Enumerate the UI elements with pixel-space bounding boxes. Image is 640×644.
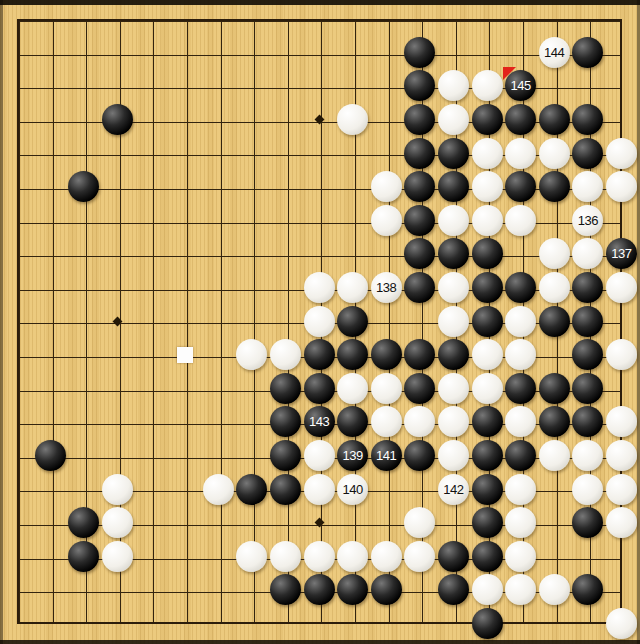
intersection-18-12[interactable]: [571, 372, 605, 406]
intersection-15-8[interactable]: [471, 237, 505, 271]
intersection-6-8[interactable]: [168, 237, 202, 271]
intersection-9-6[interactable]: [269, 170, 303, 204]
intersection-17-10[interactable]: [538, 305, 572, 339]
intersection-7-17[interactable]: [202, 540, 236, 574]
intersection-16-9[interactable]: [504, 271, 538, 305]
intersection-9-7[interactable]: [269, 204, 303, 238]
intersection-6-11[interactable]: [168, 338, 202, 372]
intersection-7-10[interactable]: [202, 305, 236, 339]
intersection-8-1[interactable]: [235, 2, 269, 36]
intersection-5-17[interactable]: [135, 540, 169, 574]
intersection-19-6[interactable]: [605, 170, 639, 204]
intersection-10-4[interactable]: [303, 103, 337, 137]
intersection-16-10[interactable]: [504, 305, 538, 339]
intersection-16-5[interactable]: [504, 137, 538, 171]
intersection-4-8[interactable]: [101, 237, 135, 271]
intersection-9-8[interactable]: [269, 237, 303, 271]
intersection-3-9[interactable]: [67, 271, 101, 305]
intersection-17-15[interactable]: [538, 473, 572, 507]
intersection-5-18[interactable]: [135, 573, 169, 607]
intersection-12-12[interactable]: [370, 372, 404, 406]
intersection-14-19[interactable]: [437, 607, 471, 641]
intersection-4-6[interactable]: [101, 170, 135, 204]
intersection-19-9[interactable]: [605, 271, 639, 305]
intersection-17-5[interactable]: [538, 137, 572, 171]
intersection-11-15[interactable]: 140: [336, 473, 370, 507]
intersection-10-5[interactable]: [303, 137, 337, 171]
intersection-9-13[interactable]: [269, 405, 303, 439]
intersection-7-11[interactable]: [202, 338, 236, 372]
intersection-17-8[interactable]: [538, 237, 572, 271]
intersection-1-17[interactable]: [0, 540, 34, 574]
intersection-17-13[interactable]: [538, 405, 572, 439]
intersection-18-11[interactable]: [571, 338, 605, 372]
intersection-19-13[interactable]: [605, 405, 639, 439]
intersection-5-12[interactable]: [135, 372, 169, 406]
intersection-19-15[interactable]: [605, 473, 639, 507]
intersection-18-15[interactable]: [571, 473, 605, 507]
intersection-5-9[interactable]: [135, 271, 169, 305]
intersection-14-18[interactable]: [437, 573, 471, 607]
intersection-11-16[interactable]: [336, 506, 370, 540]
intersection-11-17[interactable]: [336, 540, 370, 574]
intersection-8-14[interactable]: [235, 439, 269, 473]
intersection-19-10[interactable]: [605, 305, 639, 339]
intersection-3-1[interactable]: [67, 2, 101, 36]
intersection-6-19[interactable]: [168, 607, 202, 641]
intersection-1-10[interactable]: [0, 305, 34, 339]
intersection-17-19[interactable]: [538, 607, 572, 641]
intersection-18-16[interactable]: [571, 506, 605, 540]
intersection-7-2[interactable]: [202, 36, 236, 70]
intersection-11-7[interactable]: [336, 204, 370, 238]
intersection-17-6[interactable]: [538, 170, 572, 204]
intersection-3-19[interactable]: [67, 607, 101, 641]
intersection-8-15[interactable]: [235, 473, 269, 507]
intersection-10-9[interactable]: [303, 271, 337, 305]
intersection-8-5[interactable]: [235, 137, 269, 171]
intersection-1-13[interactable]: [0, 405, 34, 439]
intersection-13-7[interactable]: [403, 204, 437, 238]
intersection-6-5[interactable]: [168, 137, 202, 171]
intersection-15-18[interactable]: [471, 573, 505, 607]
intersection-9-19[interactable]: [269, 607, 303, 641]
intersection-16-13[interactable]: [504, 405, 538, 439]
intersection-19-19[interactable]: [605, 607, 639, 641]
intersection-7-7[interactable]: [202, 204, 236, 238]
intersection-7-19[interactable]: [202, 607, 236, 641]
intersection-2-16[interactable]: [34, 506, 68, 540]
intersection-8-19[interactable]: [235, 607, 269, 641]
intersection-2-8[interactable]: [34, 237, 68, 271]
intersection-7-6[interactable]: [202, 170, 236, 204]
intersection-2-4[interactable]: [34, 103, 68, 137]
intersection-10-7[interactable]: [303, 204, 337, 238]
intersection-12-9[interactable]: 138: [370, 271, 404, 305]
intersection-13-12[interactable]: [403, 372, 437, 406]
intersection-14-8[interactable]: [437, 237, 471, 271]
intersection-3-14[interactable]: [67, 439, 101, 473]
intersection-1-4[interactable]: [0, 103, 34, 137]
intersection-10-2[interactable]: [303, 36, 337, 70]
intersection-18-14[interactable]: [571, 439, 605, 473]
intersection-15-12[interactable]: [471, 372, 505, 406]
intersection-8-8[interactable]: [235, 237, 269, 271]
intersection-1-1[interactable]: [0, 2, 34, 36]
intersection-9-3[interactable]: [269, 69, 303, 103]
intersection-6-12[interactable]: [168, 372, 202, 406]
intersection-2-1[interactable]: [34, 2, 68, 36]
intersection-4-15[interactable]: [101, 473, 135, 507]
intersection-17-14[interactable]: [538, 439, 572, 473]
intersection-1-3[interactable]: [0, 69, 34, 103]
intersection-5-4[interactable]: [135, 103, 169, 137]
intersection-12-10[interactable]: [370, 305, 404, 339]
intersection-16-12[interactable]: [504, 372, 538, 406]
intersection-13-16[interactable]: [403, 506, 437, 540]
intersection-4-3[interactable]: [101, 69, 135, 103]
intersection-5-3[interactable]: [135, 69, 169, 103]
intersection-13-18[interactable]: [403, 573, 437, 607]
intersection-6-3[interactable]: [168, 69, 202, 103]
intersection-18-13[interactable]: [571, 405, 605, 439]
intersection-15-16[interactable]: [471, 506, 505, 540]
intersection-9-18[interactable]: [269, 573, 303, 607]
intersection-10-19[interactable]: [303, 607, 337, 641]
intersection-15-1[interactable]: [471, 2, 505, 36]
intersection-17-11[interactable]: [538, 338, 572, 372]
intersection-11-10[interactable]: [336, 305, 370, 339]
intersection-13-15[interactable]: [403, 473, 437, 507]
intersection-12-2[interactable]: [370, 36, 404, 70]
intersection-4-7[interactable]: [101, 204, 135, 238]
intersection-17-7[interactable]: [538, 204, 572, 238]
intersection-19-1[interactable]: [605, 2, 639, 36]
intersection-13-9[interactable]: [403, 271, 437, 305]
intersection-10-15[interactable]: [303, 473, 337, 507]
intersection-12-3[interactable]: [370, 69, 404, 103]
intersection-19-5[interactable]: [605, 137, 639, 171]
intersection-11-12[interactable]: [336, 372, 370, 406]
intersection-6-6[interactable]: [168, 170, 202, 204]
intersection-8-6[interactable]: [235, 170, 269, 204]
intersection-5-7[interactable]: [135, 204, 169, 238]
intersection-9-4[interactable]: [269, 103, 303, 137]
intersection-6-18[interactable]: [168, 573, 202, 607]
intersection-15-3[interactable]: [471, 69, 505, 103]
intersection-2-15[interactable]: [34, 473, 68, 507]
intersection-13-11[interactable]: [403, 338, 437, 372]
intersection-11-8[interactable]: [336, 237, 370, 271]
intersection-7-5[interactable]: [202, 137, 236, 171]
intersection-18-4[interactable]: [571, 103, 605, 137]
intersection-10-10[interactable]: [303, 305, 337, 339]
intersection-12-11[interactable]: [370, 338, 404, 372]
intersection-9-5[interactable]: [269, 137, 303, 171]
intersection-14-14[interactable]: [437, 439, 471, 473]
intersection-12-13[interactable]: [370, 405, 404, 439]
intersection-19-3[interactable]: [605, 69, 639, 103]
intersection-13-4[interactable]: [403, 103, 437, 137]
intersection-8-11[interactable]: [235, 338, 269, 372]
intersection-12-17[interactable]: [370, 540, 404, 574]
intersection-15-14[interactable]: [471, 439, 505, 473]
intersection-15-5[interactable]: [471, 137, 505, 171]
intersection-18-17[interactable]: [571, 540, 605, 574]
intersection-14-5[interactable]: [437, 137, 471, 171]
intersection-11-4[interactable]: [336, 103, 370, 137]
intersection-17-9[interactable]: [538, 271, 572, 305]
intersection-12-18[interactable]: [370, 573, 404, 607]
intersection-4-11[interactable]: [101, 338, 135, 372]
intersection-9-15[interactable]: [269, 473, 303, 507]
intersection-16-3[interactable]: 145: [504, 69, 538, 103]
intersection-6-10[interactable]: [168, 305, 202, 339]
intersection-4-18[interactable]: [101, 573, 135, 607]
intersection-7-12[interactable]: [202, 372, 236, 406]
intersection-1-16[interactable]: [0, 506, 34, 540]
intersection-9-17[interactable]: [269, 540, 303, 574]
intersection-5-11[interactable]: [135, 338, 169, 372]
intersection-12-4[interactable]: [370, 103, 404, 137]
intersection-3-5[interactable]: [67, 137, 101, 171]
intersection-13-19[interactable]: [403, 607, 437, 641]
intersection-15-13[interactable]: [471, 405, 505, 439]
intersection-17-17[interactable]: [538, 540, 572, 574]
intersection-3-18[interactable]: [67, 573, 101, 607]
intersection-4-13[interactable]: [101, 405, 135, 439]
intersection-13-6[interactable]: [403, 170, 437, 204]
intersection-7-8[interactable]: [202, 237, 236, 271]
intersection-10-17[interactable]: [303, 540, 337, 574]
intersection-2-6[interactable]: [34, 170, 68, 204]
intersection-18-7[interactable]: 136: [571, 204, 605, 238]
intersection-8-13[interactable]: [235, 405, 269, 439]
intersection-15-15[interactable]: [471, 473, 505, 507]
intersection-11-3[interactable]: [336, 69, 370, 103]
intersection-2-19[interactable]: [34, 607, 68, 641]
intersection-4-14[interactable]: [101, 439, 135, 473]
intersection-18-18[interactable]: [571, 573, 605, 607]
intersection-6-2[interactable]: [168, 36, 202, 70]
intersection-19-2[interactable]: [605, 36, 639, 70]
intersection-13-2[interactable]: [403, 36, 437, 70]
intersection-6-4[interactable]: [168, 103, 202, 137]
intersection-14-10[interactable]: [437, 305, 471, 339]
intersection-13-13[interactable]: [403, 405, 437, 439]
intersection-3-2[interactable]: [67, 36, 101, 70]
intersection-1-9[interactable]: [0, 271, 34, 305]
intersection-17-18[interactable]: [538, 573, 572, 607]
intersection-17-2[interactable]: 144: [538, 36, 572, 70]
intersection-5-5[interactable]: [135, 137, 169, 171]
intersection-4-4[interactable]: [101, 103, 135, 137]
intersection-14-4[interactable]: [437, 103, 471, 137]
intersection-7-15[interactable]: [202, 473, 236, 507]
intersection-13-3[interactable]: [403, 69, 437, 103]
intersection-4-1[interactable]: [101, 2, 135, 36]
intersection-2-2[interactable]: [34, 36, 68, 70]
intersection-13-14[interactable]: [403, 439, 437, 473]
intersection-5-19[interactable]: [135, 607, 169, 641]
intersection-16-11[interactable]: [504, 338, 538, 372]
intersection-17-1[interactable]: [538, 2, 572, 36]
intersection-10-14[interactable]: [303, 439, 337, 473]
intersection-15-10[interactable]: [471, 305, 505, 339]
intersection-14-6[interactable]: [437, 170, 471, 204]
intersection-8-3[interactable]: [235, 69, 269, 103]
intersection-13-1[interactable]: [403, 2, 437, 36]
intersection-5-8[interactable]: [135, 237, 169, 271]
intersection-5-2[interactable]: [135, 36, 169, 70]
intersection-16-17[interactable]: [504, 540, 538, 574]
intersection-1-18[interactable]: [0, 573, 34, 607]
intersection-8-9[interactable]: [235, 271, 269, 305]
intersection-8-16[interactable]: [235, 506, 269, 540]
intersection-15-7[interactable]: [471, 204, 505, 238]
intersection-13-5[interactable]: [403, 137, 437, 171]
intersection-10-12[interactable]: [303, 372, 337, 406]
intersection-5-6[interactable]: [135, 170, 169, 204]
intersection-1-7[interactable]: [0, 204, 34, 238]
intersection-4-2[interactable]: [101, 36, 135, 70]
intersection-10-18[interactable]: [303, 573, 337, 607]
intersection-9-9[interactable]: [269, 271, 303, 305]
intersection-3-10[interactable]: [67, 305, 101, 339]
intersection-13-10[interactable]: [403, 305, 437, 339]
intersection-19-8[interactable]: 137: [605, 237, 639, 271]
intersection-14-2[interactable]: [437, 36, 471, 70]
intersection-8-18[interactable]: [235, 573, 269, 607]
intersection-3-17[interactable]: [67, 540, 101, 574]
intersection-14-3[interactable]: [437, 69, 471, 103]
intersection-16-18[interactable]: [504, 573, 538, 607]
intersection-2-12[interactable]: [34, 372, 68, 406]
intersection-7-4[interactable]: [202, 103, 236, 137]
intersection-12-5[interactable]: [370, 137, 404, 171]
intersection-16-8[interactable]: [504, 237, 538, 271]
intersection-12-6[interactable]: [370, 170, 404, 204]
intersection-3-13[interactable]: [67, 405, 101, 439]
intersection-8-7[interactable]: [235, 204, 269, 238]
intersection-14-15[interactable]: 142: [437, 473, 471, 507]
intersection-9-12[interactable]: [269, 372, 303, 406]
intersection-16-4[interactable]: [504, 103, 538, 137]
intersection-6-17[interactable]: [168, 540, 202, 574]
intersection-16-16[interactable]: [504, 506, 538, 540]
intersection-7-18[interactable]: [202, 573, 236, 607]
intersection-4-10[interactable]: [101, 305, 135, 339]
intersection-18-5[interactable]: [571, 137, 605, 171]
intersection-16-1[interactable]: [504, 2, 538, 36]
intersection-9-14[interactable]: [269, 439, 303, 473]
intersection-15-4[interactable]: [471, 103, 505, 137]
intersection-3-15[interactable]: [67, 473, 101, 507]
intersection-15-19[interactable]: [471, 607, 505, 641]
intersection-10-16[interactable]: [303, 506, 337, 540]
intersection-5-14[interactable]: [135, 439, 169, 473]
intersection-16-7[interactable]: [504, 204, 538, 238]
intersection-8-2[interactable]: [235, 36, 269, 70]
intersection-1-19[interactable]: [0, 607, 34, 641]
intersection-19-11[interactable]: [605, 338, 639, 372]
intersection-18-6[interactable]: [571, 170, 605, 204]
intersection-1-6[interactable]: [0, 170, 34, 204]
intersection-17-3[interactable]: [538, 69, 572, 103]
intersection-12-19[interactable]: [370, 607, 404, 641]
intersection-11-18[interactable]: [336, 573, 370, 607]
intersection-2-17[interactable]: [34, 540, 68, 574]
intersection-18-2[interactable]: [571, 36, 605, 70]
intersection-2-11[interactable]: [34, 338, 68, 372]
intersection-14-17[interactable]: [437, 540, 471, 574]
intersection-16-19[interactable]: [504, 607, 538, 641]
intersection-9-16[interactable]: [269, 506, 303, 540]
intersection-1-2[interactable]: [0, 36, 34, 70]
intersection-10-6[interactable]: [303, 170, 337, 204]
intersection-11-9[interactable]: [336, 271, 370, 305]
intersection-12-8[interactable]: [370, 237, 404, 271]
intersection-2-18[interactable]: [34, 573, 68, 607]
intersection-3-12[interactable]: [67, 372, 101, 406]
intersection-11-5[interactable]: [336, 137, 370, 171]
intersection-14-13[interactable]: [437, 405, 471, 439]
intersection-18-10[interactable]: [571, 305, 605, 339]
intersection-6-14[interactable]: [168, 439, 202, 473]
intersection-14-16[interactable]: [437, 506, 471, 540]
intersection-19-4[interactable]: [605, 103, 639, 137]
intersection-7-14[interactable]: [202, 439, 236, 473]
intersection-8-4[interactable]: [235, 103, 269, 137]
intersection-11-14[interactable]: 139: [336, 439, 370, 473]
intersection-19-7[interactable]: [605, 204, 639, 238]
intersection-8-17[interactable]: [235, 540, 269, 574]
go-board[interactable]: 144145136137138143139141140142: [0, 2, 638, 640]
intersection-14-12[interactable]: [437, 372, 471, 406]
intersection-19-12[interactable]: [605, 372, 639, 406]
intersection-15-11[interactable]: [471, 338, 505, 372]
intersection-8-12[interactable]: [235, 372, 269, 406]
intersection-10-11[interactable]: [303, 338, 337, 372]
intersection-18-1[interactable]: [571, 2, 605, 36]
intersection-1-11[interactable]: [0, 338, 34, 372]
intersection-1-8[interactable]: [0, 237, 34, 271]
intersection-7-9[interactable]: [202, 271, 236, 305]
intersection-4-16[interactable]: [101, 506, 135, 540]
intersection-10-13[interactable]: 143: [303, 405, 337, 439]
intersection-16-14[interactable]: [504, 439, 538, 473]
intersection-6-13[interactable]: [168, 405, 202, 439]
intersection-10-3[interactable]: [303, 69, 337, 103]
intersection-4-5[interactable]: [101, 137, 135, 171]
intersection-3-8[interactable]: [67, 237, 101, 271]
intersection-5-16[interactable]: [135, 506, 169, 540]
intersection-18-9[interactable]: [571, 271, 605, 305]
intersection-12-7[interactable]: [370, 204, 404, 238]
intersection-9-1[interactable]: [269, 2, 303, 36]
intersection-16-2[interactable]: [504, 36, 538, 70]
intersection-18-3[interactable]: [571, 69, 605, 103]
intersection-6-15[interactable]: [168, 473, 202, 507]
intersection-9-11[interactable]: [269, 338, 303, 372]
intersection-17-16[interactable]: [538, 506, 572, 540]
intersection-11-19[interactable]: [336, 607, 370, 641]
intersection-7-3[interactable]: [202, 69, 236, 103]
intersection-15-6[interactable]: [471, 170, 505, 204]
intersection-19-14[interactable]: [605, 439, 639, 473]
intersection-15-17[interactable]: [471, 540, 505, 574]
intersection-5-13[interactable]: [135, 405, 169, 439]
